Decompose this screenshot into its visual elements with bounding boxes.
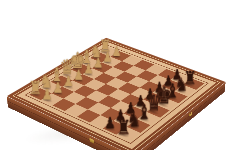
- black-rook-icon: ♜: [115, 118, 132, 138]
- brass-latch-front: [89, 138, 94, 144]
- white-pawn-icon: ♟: [39, 88, 55, 103]
- chess-set-photo: ♜♞♝♛♚♝♞♜♟♟♟♟♟♟♟♟♟♟♟♟♟♟♟♟♜♞♝♛♚♝♞♜: [0, 0, 240, 150]
